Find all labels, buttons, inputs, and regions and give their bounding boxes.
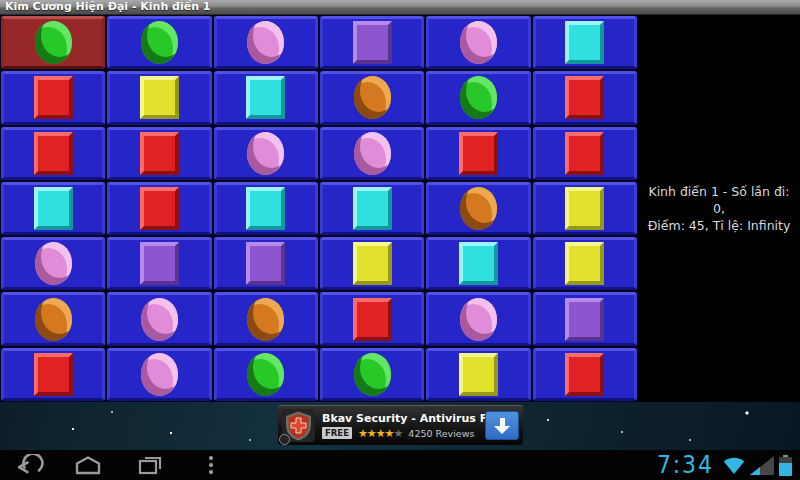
free-badge: FREE	[322, 427, 352, 439]
board-cell-r6c6[interactable]	[533, 292, 637, 345]
gem-green-circle	[247, 353, 284, 396]
gem-cyan-square	[353, 187, 392, 230]
gem-purple-square	[140, 242, 179, 285]
gem-pink-circle	[247, 132, 284, 175]
download-arrow-icon	[500, 418, 505, 426]
board-cell-r1c1[interactable]	[1, 16, 105, 69]
board-cell-r7c2[interactable]	[107, 348, 211, 401]
gem-red-square	[34, 353, 73, 396]
gem-pink-circle	[354, 132, 391, 175]
board-cell-r4c1[interactable]	[1, 182, 105, 235]
board-cell-r2c4[interactable]	[320, 71, 424, 124]
gem-cyan-square	[459, 242, 498, 285]
status-cluster[interactable]: 7:34	[652, 450, 792, 480]
gem-yellow-square	[565, 242, 604, 285]
board-cell-r5c4[interactable]	[320, 237, 424, 290]
board-cell-r2c1[interactable]	[1, 71, 105, 124]
board-cell-r6c3[interactable]	[214, 292, 318, 345]
ad-text: Bkav Security - Antivirus Free FREE ★★★★…	[322, 412, 478, 439]
gem-purple-square	[246, 242, 285, 285]
status-text: Kinh điển 1 - Số lần đi: 0, Điểm: 45, Tỉ…	[641, 183, 797, 234]
gem-red-square	[353, 298, 392, 341]
gem-pink-circle	[460, 21, 497, 64]
back-button[interactable]	[12, 450, 48, 480]
menu-dot	[209, 463, 213, 467]
gem-purple-square	[353, 21, 392, 64]
ad-banner[interactable]: Bkav Security - Antivirus Free FREE ★★★★…	[278, 405, 523, 445]
board-cell-r4c5[interactable]	[426, 182, 530, 235]
clock: 7:34	[657, 450, 714, 480]
wifi-icon	[723, 456, 745, 475]
board-cell-r4c4[interactable]	[320, 182, 424, 235]
game-board	[0, 15, 638, 402]
board-cell-r2c3[interactable]	[214, 71, 318, 124]
gem-cyan-square	[34, 187, 73, 230]
gem-pink-circle	[460, 298, 497, 341]
board-cell-r7c3[interactable]	[214, 348, 318, 401]
board-cell-r1c4[interactable]	[320, 16, 424, 69]
ad-info-icon[interactable]	[279, 434, 290, 445]
gem-yellow-square	[565, 187, 604, 230]
board-cell-r3c1[interactable]	[1, 127, 105, 180]
gem-green-circle	[354, 353, 391, 396]
status-line-2: Điểm: 45, Tỉ lệ: Infinity	[641, 217, 797, 234]
system-navbar: 7:34	[0, 450, 800, 480]
board-cell-r5c2[interactable]	[107, 237, 211, 290]
board-cell-r1c3[interactable]	[214, 16, 318, 69]
title-bar: Kim Cương Hiện Đại - Kinh điển 1	[0, 0, 800, 15]
home-button[interactable]	[70, 450, 106, 480]
back-icon	[14, 454, 46, 476]
ad-title: Bkav Security - Antivirus Free	[322, 412, 478, 425]
board-cell-r5c1[interactable]	[1, 237, 105, 290]
gem-red-square	[459, 132, 498, 175]
board-cell-r3c6[interactable]	[533, 127, 637, 180]
star-filled-icon: ★	[358, 427, 367, 440]
board-cell-r7c6[interactable]	[533, 348, 637, 401]
gem-red-square	[565, 132, 604, 175]
gem-red-square	[34, 132, 73, 175]
gem-cyan-square	[246, 76, 285, 119]
ad-reviews: 4250 Reviews	[408, 428, 474, 439]
gem-yellow-square	[140, 76, 179, 119]
board-cell-r6c1[interactable]	[1, 292, 105, 345]
gem-green-circle	[141, 21, 178, 64]
gem-orange-circle	[460, 187, 497, 230]
board-cell-r3c4[interactable]	[320, 127, 424, 180]
gem-orange-circle	[247, 298, 284, 341]
menu-dot	[209, 456, 213, 460]
gem-pink-circle	[141, 298, 178, 341]
board-cell-r2c6[interactable]	[533, 71, 637, 124]
battery-icon	[779, 455, 792, 476]
board-cell-r4c6[interactable]	[533, 182, 637, 235]
board-cell-r1c2[interactable]	[107, 16, 211, 69]
gem-yellow-square	[459, 353, 498, 396]
board-cell-r3c5[interactable]	[426, 127, 530, 180]
board-cell-r5c6[interactable]	[533, 237, 637, 290]
status-line-1: Kinh điển 1 - Số lần đi: 0,	[641, 183, 797, 217]
gem-red-square	[565, 353, 604, 396]
gem-green-circle	[35, 21, 72, 64]
gem-pink-circle	[141, 353, 178, 396]
recents-icon	[135, 454, 165, 476]
signal-icon	[750, 456, 774, 475]
gem-red-square	[34, 76, 73, 119]
app-title: Kim Cương Hiện Đại - Kinh điển 1	[0, 0, 800, 14]
status-panel: Kinh điển 1 - Số lần đi: 0, Điểm: 45, Tỉ…	[638, 15, 800, 402]
board-cell-r4c2[interactable]	[107, 182, 211, 235]
board-cell-r5c3[interactable]	[214, 237, 318, 290]
board-cell-r7c1[interactable]	[1, 348, 105, 401]
ad-download-button[interactable]	[485, 411, 519, 440]
gem-pink-circle	[35, 242, 72, 285]
board-cell-r6c4[interactable]	[320, 292, 424, 345]
gem-red-square	[565, 76, 604, 119]
menu-dot	[209, 470, 213, 474]
board-cell-r3c2[interactable]	[107, 127, 211, 180]
menu-overflow-button[interactable]	[203, 450, 219, 480]
gem-orange-circle	[35, 298, 72, 341]
gem-red-square	[140, 187, 179, 230]
board-cell-r4c3[interactable]	[214, 182, 318, 235]
gem-green-circle	[460, 76, 497, 119]
gem-pink-circle	[247, 21, 284, 64]
ad-meta: FREE ★★★★★ 4250 Reviews	[322, 427, 478, 439]
screen: Kim Cương Hiện Đại - Kinh điển 1 Kinh đi…	[0, 0, 800, 480]
star-filled-icon: ★	[367, 427, 376, 440]
gem-cyan-square	[246, 187, 285, 230]
board-cell-r7c4[interactable]	[320, 348, 424, 401]
ad-rating-stars: ★★★★★	[358, 428, 402, 439]
board-cell-r5c5[interactable]	[426, 237, 530, 290]
board-cell-r6c5[interactable]	[426, 292, 530, 345]
board-cell-r3c3[interactable]	[214, 127, 318, 180]
board-cell-r6c2[interactable]	[107, 292, 211, 345]
gem-cyan-square	[565, 21, 604, 64]
board-cell-r2c2[interactable]	[107, 71, 211, 124]
ad-app-icon	[282, 409, 315, 442]
star-filled-icon: ★	[376, 427, 385, 440]
gem-orange-circle	[354, 76, 391, 119]
gem-yellow-square	[353, 242, 392, 285]
board-cell-r7c5[interactable]	[426, 348, 530, 401]
recents-button[interactable]	[132, 450, 168, 480]
board-cell-r1c6[interactable]	[533, 16, 637, 69]
gem-red-square	[140, 132, 179, 175]
gem-purple-square	[565, 298, 604, 341]
board-cell-r1c5[interactable]	[426, 16, 530, 69]
board-cell-r2c5[interactable]	[426, 71, 530, 124]
star-empty-icon: ★	[393, 427, 402, 440]
home-icon	[73, 454, 103, 476]
